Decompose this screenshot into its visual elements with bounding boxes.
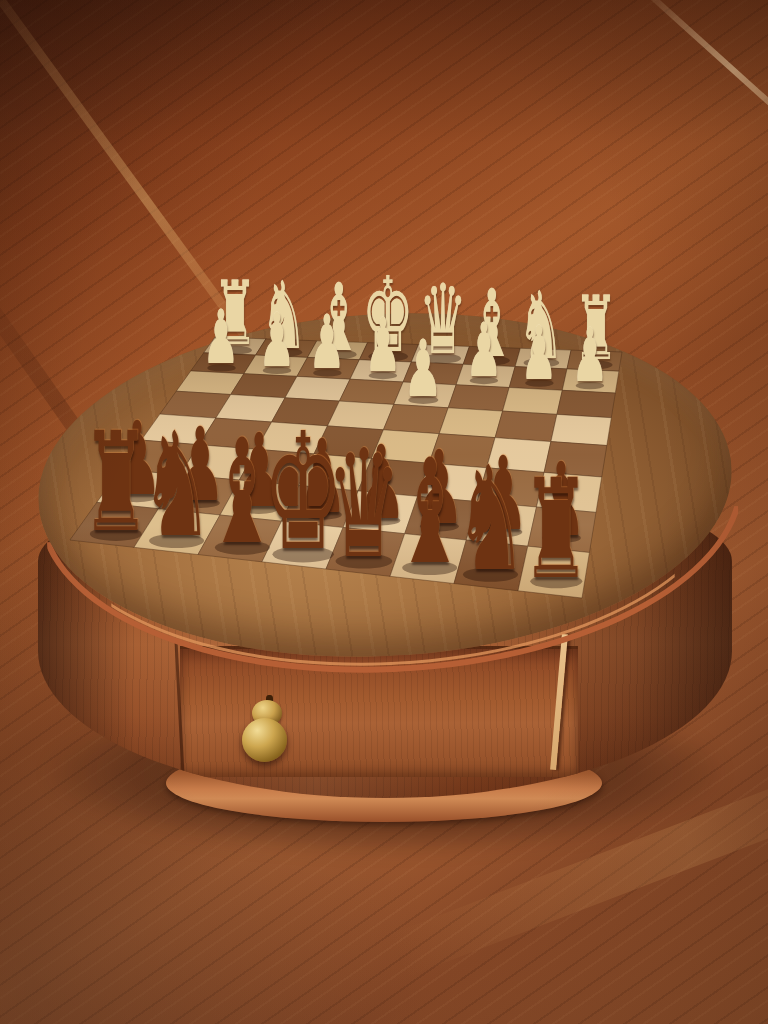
wood-grain-streak [636, 0, 768, 201]
drawer-knob-ball [242, 718, 287, 762]
